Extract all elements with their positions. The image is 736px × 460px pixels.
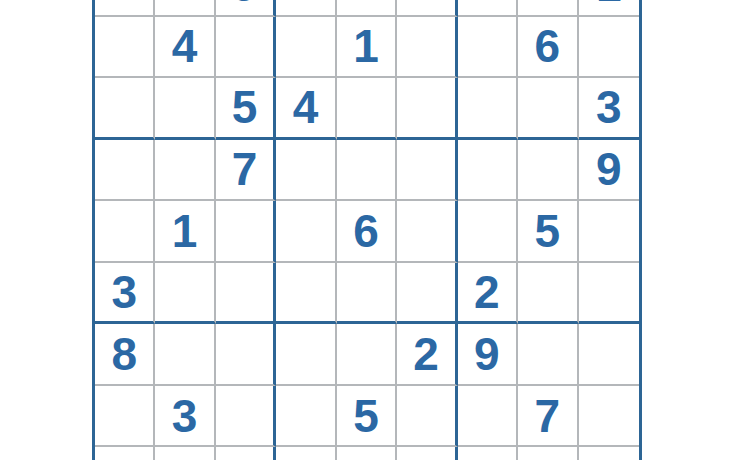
cell-r4c2[interactable]	[155, 140, 215, 202]
cell-r4c1[interactable]	[95, 140, 155, 202]
cell-r6c2[interactable]	[155, 263, 215, 325]
cell-r2c8[interactable]: 6	[518, 17, 578, 79]
cell-r2c4[interactable]	[276, 17, 336, 79]
cell-r1c6[interactable]	[397, 0, 457, 17]
cell-r5c6[interactable]	[397, 201, 457, 263]
cell-r1c3[interactable]: 9	[216, 0, 276, 17]
cell-r2c9[interactable]	[579, 17, 639, 79]
cell-r4c3[interactable]: 7	[216, 140, 276, 202]
cell-r3c9[interactable]: 3	[579, 78, 639, 140]
cell-r6c5[interactable]	[337, 263, 397, 325]
cell-r5c3[interactable]	[216, 201, 276, 263]
cell-r3c3[interactable]: 5	[216, 78, 276, 140]
cell-r8c4[interactable]	[276, 386, 336, 448]
cell-r8c5[interactable]: 5	[337, 386, 397, 448]
cell-r9c9[interactable]	[579, 447, 639, 460]
cell-r4c5[interactable]	[337, 140, 397, 202]
cell-r7c4[interactable]	[276, 324, 336, 386]
cell-r3c6[interactable]	[397, 78, 457, 140]
cell-r7c6[interactable]: 2	[397, 324, 457, 386]
cell-r1c2[interactable]	[155, 0, 215, 17]
cell-r2c5[interactable]: 1	[337, 17, 397, 79]
cell-r1c5[interactable]	[337, 0, 397, 17]
cell-r9c3[interactable]	[216, 447, 276, 460]
cell-r2c7[interactable]	[458, 17, 518, 79]
cell-r2c3[interactable]	[216, 17, 276, 79]
cell-r4c7[interactable]	[458, 140, 518, 202]
cell-r1c4[interactable]	[276, 0, 336, 17]
cell-r5c4[interactable]	[276, 201, 336, 263]
cell-r7c5[interactable]	[337, 324, 397, 386]
cell-r8c3[interactable]	[216, 386, 276, 448]
cell-r2c1[interactable]	[95, 17, 155, 79]
cell-r5c5[interactable]: 6	[337, 201, 397, 263]
cell-r3c5[interactable]	[337, 78, 397, 140]
cell-r8c6[interactable]	[397, 386, 457, 448]
cell-r7c2[interactable]	[155, 324, 215, 386]
cell-r2c6[interactable]	[397, 17, 457, 79]
cell-r3c8[interactable]	[518, 78, 578, 140]
cell-r8c9[interactable]	[579, 386, 639, 448]
cell-r6c1[interactable]: 3	[95, 263, 155, 325]
cell-r5c2[interactable]: 1	[155, 201, 215, 263]
cell-r6c3[interactable]	[216, 263, 276, 325]
cell-r9c4[interactable]	[276, 447, 336, 460]
cell-r7c8[interactable]	[518, 324, 578, 386]
cell-r1c8[interactable]	[518, 0, 578, 17]
cell-r9c8[interactable]	[518, 447, 578, 460]
cell-r7c1[interactable]: 8	[95, 324, 155, 386]
cell-r4c9[interactable]: 9	[579, 140, 639, 202]
cell-r9c6[interactable]	[397, 447, 457, 460]
cell-r2c2[interactable]: 4	[155, 17, 215, 79]
cell-r9c5[interactable]	[337, 447, 397, 460]
cell-r8c7[interactable]	[458, 386, 518, 448]
cell-r3c4[interactable]: 4	[276, 78, 336, 140]
cell-r6c4[interactable]	[276, 263, 336, 325]
cell-r3c1[interactable]	[95, 78, 155, 140]
cell-r1c1[interactable]	[95, 0, 155, 17]
cell-r6c7[interactable]: 2	[458, 263, 518, 325]
cell-r4c6[interactable]	[397, 140, 457, 202]
cell-r8c1[interactable]	[95, 386, 155, 448]
cell-r9c2[interactable]	[155, 447, 215, 460]
cell-r7c7[interactable]: 9	[458, 324, 518, 386]
sudoku-page: 91416543791653282935756	[0, 0, 736, 460]
cell-r5c1[interactable]	[95, 201, 155, 263]
cell-r5c9[interactable]	[579, 201, 639, 263]
cell-r7c3[interactable]	[216, 324, 276, 386]
cell-r3c2[interactable]	[155, 78, 215, 140]
cell-r6c6[interactable]	[397, 263, 457, 325]
cell-r9c1[interactable]: 5	[95, 447, 155, 460]
cell-r8c8[interactable]: 7	[518, 386, 578, 448]
cell-r6c8[interactable]	[518, 263, 578, 325]
cell-r7c9[interactable]	[579, 324, 639, 386]
cell-r4c4[interactable]	[276, 140, 336, 202]
sudoku-board: 91416543791653282935756	[92, 0, 642, 460]
cell-r5c8[interactable]: 5	[518, 201, 578, 263]
cell-r5c7[interactable]	[458, 201, 518, 263]
cell-r6c9[interactable]	[579, 263, 639, 325]
cell-r1c9[interactable]: 1	[579, 0, 639, 17]
cell-r4c8[interactable]	[518, 140, 578, 202]
cell-r9c7[interactable]: 6	[458, 447, 518, 460]
cell-r3c7[interactable]	[458, 78, 518, 140]
cell-r8c2[interactable]: 3	[155, 386, 215, 448]
cell-r1c7[interactable]	[458, 0, 518, 17]
